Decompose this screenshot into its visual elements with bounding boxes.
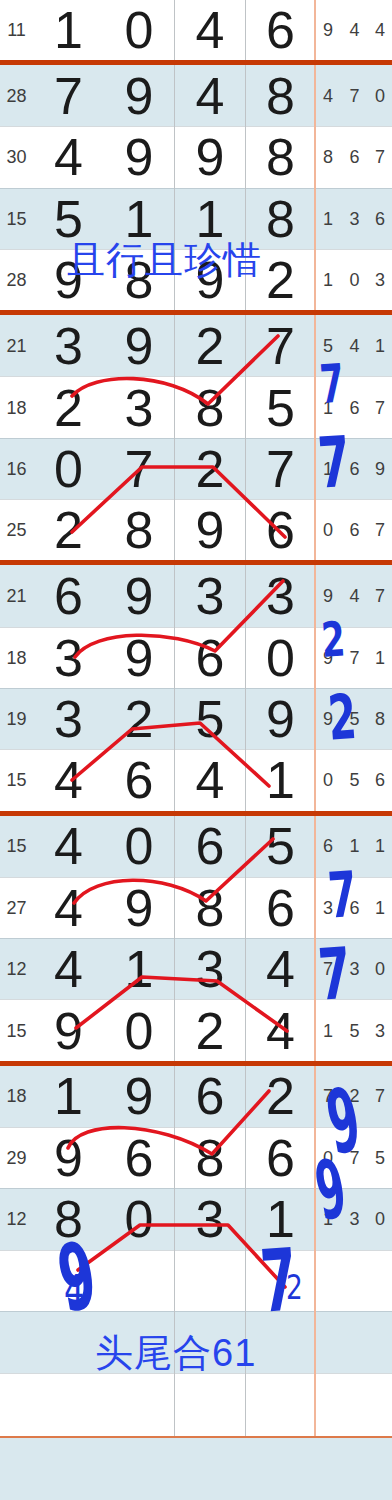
tail-digit: 9	[315, 587, 341, 605]
draw-digit: 2	[174, 320, 245, 372]
draw-digit: 6	[174, 1070, 245, 1122]
handwritten-note-2: 2	[320, 614, 347, 664]
draw-digit: 9	[103, 320, 174, 372]
draw-digit: 3	[245, 570, 315, 622]
tail-digit: 4	[341, 337, 368, 355]
sum-label: 15	[0, 771, 33, 789]
handwritten-note-7: 7	[316, 426, 352, 498]
draw-digit: 8	[174, 382, 245, 434]
draw-digit: 6	[103, 754, 174, 806]
draw-digit: 6	[174, 632, 245, 684]
handwritten-note-7: 7	[316, 937, 353, 1010]
draw-digit: 9	[174, 131, 245, 183]
group-separator	[0, 560, 392, 565]
draw-digit: 7	[103, 443, 174, 495]
handwritten-note-7: 7	[318, 356, 346, 411]
tail-digit: 7	[368, 587, 392, 605]
tail-digit: 0	[368, 87, 392, 105]
draw-digit: 0	[103, 4, 174, 56]
draw-digit: 3	[174, 570, 245, 622]
draw-digit: 1	[174, 193, 245, 245]
footer-note-text: 头尾合61	[95, 1334, 256, 1372]
handwritten-note-4: 4	[64, 1270, 84, 1310]
draw-digit: 3	[33, 693, 103, 745]
draw-digit: 0	[103, 1193, 174, 1245]
sum-label: 21	[0, 587, 33, 605]
draw-digit: 6	[33, 570, 103, 622]
draw-digit: 4	[174, 70, 245, 122]
draw-digit: 9	[174, 504, 245, 556]
tail-digit: 0	[315, 771, 341, 789]
draw-digit: 9	[103, 882, 174, 934]
group-separator	[0, 60, 392, 65]
lottery-trend-chart: 1110469442879484703049988671551181362898…	[0, 0, 392, 1500]
draw-digit: 9	[103, 570, 174, 622]
column-divider-line	[174, 0, 175, 1436]
draw-digit: 2	[174, 1005, 245, 1057]
tail-digit: 0	[341, 271, 368, 289]
draw-digit: 2	[174, 443, 245, 495]
draw-digit: 6	[245, 882, 315, 934]
sum-label: 15	[0, 837, 33, 855]
tail-digit: 7	[368, 148, 392, 166]
group-separator	[0, 811, 392, 816]
sum-label: 30	[0, 148, 33, 166]
draw-row: 287948470	[0, 65, 392, 126]
draw-digit: 6	[245, 4, 315, 56]
tail-digit: 3	[368, 271, 392, 289]
draw-digit: 0	[103, 1005, 174, 1057]
tail-digit: 3	[341, 210, 368, 228]
draw-digit: 0	[33, 443, 103, 495]
draw-digit: 6	[245, 1132, 315, 1184]
draw-row: 252896067	[0, 499, 392, 560]
draw-digit: 4	[33, 943, 103, 995]
draw-digit: 1	[103, 943, 174, 995]
sum-label: 21	[0, 337, 33, 355]
draw-digit: 4	[245, 1005, 315, 1057]
tail-section-divider-line	[314, 0, 316, 1436]
draw-digit: 3	[174, 943, 245, 995]
handwritten-note-7: 7	[326, 863, 359, 928]
tail-digit: 4	[341, 587, 368, 605]
sum-label: 18	[0, 649, 33, 667]
draw-digit: 3	[103, 382, 174, 434]
tail-digit: 5	[341, 771, 368, 789]
tail-digit: 6	[368, 210, 392, 228]
sum-label: 28	[0, 87, 33, 105]
tail-digit: 7	[368, 521, 392, 539]
group-separator	[0, 310, 392, 315]
tail-digit: 1	[368, 899, 392, 917]
draw-digit: 1	[245, 754, 315, 806]
draw-digit: 4	[33, 754, 103, 806]
draw-digit: 9	[103, 131, 174, 183]
draw-digit: 1	[33, 4, 103, 56]
draw-digit: 2	[33, 382, 103, 434]
draw-digit: 4	[174, 754, 245, 806]
tail-digit: 7	[368, 399, 392, 417]
draw-digit: 5	[33, 193, 103, 245]
draw-digit: 8	[245, 70, 315, 122]
sum-label: 19	[0, 710, 33, 728]
column-divider-line	[245, 0, 246, 1436]
draw-digit: 6	[174, 820, 245, 872]
sum-label: 18	[0, 1087, 33, 1105]
tail-digit: 3	[368, 1022, 392, 1040]
group-separator	[0, 1061, 392, 1066]
draw-digit: 9	[103, 70, 174, 122]
tail-digit: 4	[341, 21, 368, 39]
tail-digit: 8	[315, 148, 341, 166]
draw-digit: 4	[245, 943, 315, 995]
draw-digit: 8	[245, 193, 315, 245]
draw-digit: 7	[245, 320, 315, 372]
sum-label: 15	[0, 1022, 33, 1040]
draw-digit: 3	[33, 320, 103, 372]
draw-digit: 8	[245, 131, 315, 183]
sum-label: 28	[0, 271, 33, 289]
sum-label: 27	[0, 899, 33, 917]
tail-digit: 4	[315, 87, 341, 105]
draw-digit: 9	[103, 1070, 174, 1122]
sum-label: 25	[0, 521, 33, 539]
draw-digit: 0	[245, 632, 315, 684]
draw-row: 111046944	[0, 0, 392, 60]
sum-label: 15	[0, 210, 33, 228]
sum-label: 18	[0, 399, 33, 417]
draw-digit: 7	[245, 443, 315, 495]
tail-digit: 6	[368, 771, 392, 789]
draw-digit: 5	[245, 382, 315, 434]
draw-digit: 9	[33, 1005, 103, 1057]
draw-digit: 3	[33, 632, 103, 684]
draw-digit: 2	[33, 504, 103, 556]
sum-label: 16	[0, 460, 33, 478]
tail-digit: 0	[315, 521, 341, 539]
tail-digit: 1	[368, 837, 392, 855]
watermark-text: 且行且珍惜	[67, 241, 262, 279]
draw-digit: 9	[245, 693, 315, 745]
blank-row	[0, 1373, 392, 1436]
tail-digit: 5	[368, 1149, 392, 1167]
draw-row: 154641056	[0, 749, 392, 810]
draw-row: 304998867	[0, 126, 392, 187]
draw-digit: 6	[245, 504, 315, 556]
tail-digit: 8	[368, 710, 392, 728]
tail-digit: 7	[341, 87, 368, 105]
tail-digit: 4	[368, 21, 392, 39]
thin-separator	[0, 1436, 392, 1438]
tail-digit: 0	[368, 960, 392, 978]
draw-digit: 0	[103, 820, 174, 872]
draw-digit: 2	[245, 1070, 315, 1122]
draw-digit: 9	[33, 1132, 103, 1184]
draw-digit: 8	[174, 882, 245, 934]
sum-label: 11	[0, 21, 33, 39]
tail-digit: 1	[368, 649, 392, 667]
tail-digit: 6	[341, 521, 368, 539]
tail-digit: 1	[315, 1022, 341, 1040]
tail-digit: 0	[368, 1210, 392, 1228]
draw-digit: 1	[103, 193, 174, 245]
tail-digit: 9	[368, 460, 392, 478]
tail-digit: 6	[315, 837, 341, 855]
draw-digit: 4	[174, 4, 245, 56]
draw-digit: 4	[33, 131, 103, 183]
draw-digit: 4	[33, 882, 103, 934]
tail-digit: 1	[368, 337, 392, 355]
sum-label: 12	[0, 1210, 33, 1228]
draw-digit: 1	[33, 1070, 103, 1122]
draw-digit: 8	[174, 1132, 245, 1184]
handwritten-note-2: 2	[326, 686, 358, 750]
draw-digit: 5	[174, 693, 245, 745]
draw-digit: 5	[245, 820, 315, 872]
draw-digit: 3	[174, 1193, 245, 1245]
tail-digit: 5	[341, 1022, 368, 1040]
tail-digit: 1	[315, 271, 341, 289]
sum-label: 29	[0, 1149, 33, 1167]
draw-digit: 8	[103, 504, 174, 556]
tail-digit: 7	[368, 1087, 392, 1105]
draw-digit: 4	[33, 820, 103, 872]
tail-digit: 1	[315, 210, 341, 228]
draw-digit: 2	[103, 693, 174, 745]
tail-digit: 6	[341, 148, 368, 166]
blank-row	[0, 1438, 392, 1500]
draw-digit: 9	[103, 632, 174, 684]
draw-digit: 6	[103, 1132, 174, 1184]
tail-digit: 1	[341, 837, 368, 855]
handwritten-note-2: 2	[286, 1271, 303, 1304]
sum-label: 12	[0, 960, 33, 978]
draw-digit: 7	[33, 70, 103, 122]
tail-digit: 9	[315, 21, 341, 39]
